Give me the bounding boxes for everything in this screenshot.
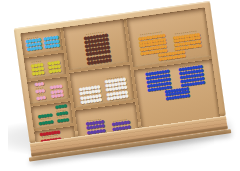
photo-canvas: ∙∙∙∙∙∙●●●●●●●●●●●●●●●●●●●●●●●●●●●●●● ∙∙∙… (0, 0, 240, 171)
tray-interior: ∙∙∙∙∙∙●●●●●●●●●●●●●●●●●●●●●●●●●●●●●● ∙∙∙… (20, 8, 219, 137)
bead-bar-row: ●●●●●●●●●● (158, 54, 185, 62)
bead-pile-golden: ∙∙∙∙∙∙∙∙∙∙∙●●●●●●●●●●●●●●●●●●●●●●●●●●●●●… (172, 30, 201, 51)
bead-bar-row: ●●●● (32, 71, 45, 77)
bead-pile-pink: ●●●∙∙∙∙●●●∙∙∙∙●●● (34, 82, 45, 101)
compartment-7-white: ●●●●●●●●●●●●●●●●●●●●●●●●●●●●∙∙∙∙∙∙∙∙●●●●… (70, 65, 135, 108)
bead-pile-white: ∙∙∙∙∙∙∙∙●●●●●●●●●●●●●●●●●●●●●●●●●●●●●●●●… (104, 75, 128, 101)
bead-bar-row: ●●● (36, 95, 46, 100)
bead-bar-row: ●●●●● (38, 120, 53, 126)
bead-pile-yellow: ●●●●●●●●●●●● (47, 60, 61, 74)
scene: ∙∙∙∙∙∙●●●●●●●●●●●●●●●●●●●●●●●●●●●●●● ∙∙∙… (22, 14, 220, 148)
bead-bar-row: ●●●●●●●●● (165, 94, 189, 101)
bead-pile-golden: ●●●●●●●●●●●●●●●●●●●● (158, 50, 185, 61)
bead-bar-row: ●●●● (51, 93, 64, 99)
bead-bar-row: ●●●●● (44, 44, 59, 50)
compartment-4-yellow: ∙∙∙∙∙●●●●●●●●●●●●●●●●●●●●●●●● (24, 52, 67, 79)
bead-pile-dark-blue: ∙∙∙∙∙∙∙∙∙∙●●●●●●●●●●●●●●●●●●●●●●●●●●●●●●… (178, 62, 205, 87)
bead-pile-light-blue: ●●●●●●●●●●●●●●● (43, 35, 60, 50)
bead-bar-row: ●●●●●●● (80, 98, 101, 105)
bead-pile-yellow: ∙∙∙∙∙●●●●●●●●●●●● (30, 60, 44, 77)
compartment-8-brown: ∙∙∙∙∙∙∙∙∙●●●●●●●●●●●●●●●●●●●●●●●●●●●●●●●… (63, 19, 129, 70)
compartment-2-green: ●●●●●∙∙∙∙∙∙●●●●●●●●●∙∙∙∙∙●●●●∙∙∙∙∙●●●● (31, 101, 74, 128)
bead-pile-white: ●●●●●●●●●●●●●●●●●●●●●●●●●●●● (79, 85, 102, 105)
bead-bar-row: ●●●●●●● (107, 94, 128, 101)
bead-pile-brown: ∙∙∙∙∙∙∙∙∙●●●●●●●●●●●●●●●●●●●●●●●●●●●●●●●… (83, 31, 111, 66)
bead-pile-green: ●●●●●∙∙∙∙∙∙●●●●● (37, 113, 52, 125)
bead-pile-dark-blue: ●●●●●●●●●●●●●●●●●●●●●●●●●●● (164, 86, 189, 101)
compartment-3-pink: ●●●∙∙∙∙●●●∙∙∙∙●●●●●●●●●●●●●●● (27, 77, 70, 104)
compartment-10-golden: ∙∙∙∙∙∙∙∙∙∙∙●●●●●●●●●●●●●●●●●●●●●●●●●●●●●… (126, 8, 211, 67)
bead-bar-row: ●●●● (48, 68, 61, 74)
wooden-tray: ∙∙∙∙∙∙●●●●●●●●●●●●●●●●●●●●●●●●●●●●●● ∙∙∙… (14, 1, 229, 161)
bead-bar-row: ●●●●●●●● (87, 58, 111, 66)
bead-bar-row: ●●●●● (26, 46, 41, 52)
compartment-5-light-blue: ∙∙∙∙∙∙●●●●●●●●●●●●●●●●●●●●●●●●●●●●●● (20, 28, 63, 55)
bead-pile-green: ●●●●∙∙∙∙∙●●●●∙∙∙∙∙●●●● (55, 104, 69, 123)
bead-pile-pink: ●●●●●●●●●●●● (50, 85, 64, 99)
bead-pile-light-blue: ∙∙∙∙∙∙●●●●●●●●●●●●●●● (25, 35, 42, 52)
bead-bar-row: ●●●● (56, 117, 68, 123)
